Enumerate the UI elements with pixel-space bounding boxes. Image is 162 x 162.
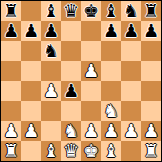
square-d2[interactable]: ♞: [61, 121, 81, 141]
square-a2[interactable]: ♟: [1, 121, 21, 141]
piece-white-rook: ♜: [3, 141, 19, 161]
piece-black-bishop: ♝: [43, 1, 59, 21]
square-f7[interactable]: ♟: [101, 21, 121, 41]
piece-black-pawn: ♟: [43, 21, 59, 41]
piece-white-pawn: ♟: [103, 121, 119, 141]
square-c1[interactable]: ♝: [41, 141, 61, 161]
square-b1[interactable]: [21, 141, 41, 161]
square-c6[interactable]: ♞: [41, 41, 61, 61]
square-d4[interactable]: ♟: [61, 81, 81, 101]
piece-black-rook: ♜: [143, 1, 159, 21]
piece-white-bishop: ♝: [103, 141, 119, 161]
piece-black-pawn: ♟: [103, 21, 119, 41]
square-b3[interactable]: [21, 101, 41, 121]
square-a5[interactable]: [1, 61, 21, 81]
square-e3[interactable]: [81, 101, 101, 121]
square-h5[interactable]: [141, 61, 161, 81]
square-e8[interactable]: ♚: [81, 1, 101, 21]
square-h2[interactable]: ♟: [141, 121, 161, 141]
square-d8[interactable]: ♛: [61, 1, 81, 21]
square-h1[interactable]: ♜: [141, 141, 161, 161]
square-b8[interactable]: [21, 1, 41, 21]
square-a4[interactable]: [1, 81, 21, 101]
piece-black-pawn: ♟: [23, 21, 39, 41]
piece-black-queen: ♛: [63, 1, 79, 21]
square-g1[interactable]: [121, 141, 141, 161]
piece-white-rook: ♜: [143, 141, 159, 161]
square-d6[interactable]: [61, 41, 81, 61]
square-c2[interactable]: [41, 121, 61, 141]
square-e5[interactable]: ♟: [81, 61, 101, 81]
square-a7[interactable]: ♟: [1, 21, 21, 41]
square-e2[interactable]: ♟: [81, 121, 101, 141]
square-h4[interactable]: [141, 81, 161, 101]
square-d5[interactable]: [61, 61, 81, 81]
square-d1[interactable]: ♛: [61, 141, 81, 161]
piece-black-pawn: ♟: [123, 21, 139, 41]
square-c8[interactable]: ♝: [41, 1, 61, 21]
square-g3[interactable]: [121, 101, 141, 121]
square-b6[interactable]: [21, 41, 41, 61]
piece-white-pawn: ♟: [43, 81, 59, 101]
piece-black-pawn: ♟: [3, 21, 19, 41]
square-h8[interactable]: ♜: [141, 1, 161, 21]
square-f8[interactable]: ♝: [101, 1, 121, 21]
piece-black-pawn: ♟: [63, 81, 79, 101]
square-d3[interactable]: [61, 101, 81, 121]
square-e7[interactable]: [81, 21, 101, 41]
square-c4[interactable]: ♟: [41, 81, 61, 101]
piece-white-pawn: ♟: [123, 121, 139, 141]
square-e4[interactable]: [81, 81, 101, 101]
square-c5[interactable]: [41, 61, 61, 81]
square-b4[interactable]: [21, 81, 41, 101]
square-b2[interactable]: ♟: [21, 121, 41, 141]
piece-black-bishop: ♝: [103, 1, 119, 21]
piece-white-knight: ♞: [63, 121, 79, 141]
square-f3[interactable]: ♞: [101, 101, 121, 121]
square-a1[interactable]: ♜: [1, 141, 21, 161]
square-h6[interactable]: [141, 41, 161, 61]
square-g8[interactable]: ♞: [121, 1, 141, 21]
square-h7[interactable]: ♟: [141, 21, 161, 41]
square-d7[interactable]: [61, 21, 81, 41]
square-f1[interactable]: ♝: [101, 141, 121, 161]
piece-white-pawn: ♟: [83, 121, 99, 141]
square-g2[interactable]: ♟: [121, 121, 141, 141]
square-g5[interactable]: [121, 61, 141, 81]
square-c7[interactable]: ♟: [41, 21, 61, 41]
square-a6[interactable]: [1, 41, 21, 61]
piece-white-knight: ♞: [103, 101, 119, 121]
chess-board-frame: ♜♝♛♚♝♞♜♟♟♟♟♟♟♞♟♟♟♞♟♟♞♟♟♟♟♜♝♛♚♝♜: [0, 0, 162, 162]
piece-black-knight: ♞: [123, 1, 139, 21]
square-h3[interactable]: [141, 101, 161, 121]
square-b5[interactable]: [21, 61, 41, 81]
square-g4[interactable]: [121, 81, 141, 101]
piece-black-rook: ♜: [3, 1, 19, 21]
square-f2[interactable]: ♟: [101, 121, 121, 141]
square-c3[interactable]: [41, 101, 61, 121]
piece-white-queen: ♛: [63, 141, 79, 161]
square-b7[interactable]: ♟: [21, 21, 41, 41]
piece-white-bishop: ♝: [43, 141, 59, 161]
chess-board: ♜♝♛♚♝♞♜♟♟♟♟♟♟♞♟♟♟♞♟♟♞♟♟♟♟♜♝♛♚♝♜: [1, 1, 161, 161]
piece-white-pawn: ♟: [23, 121, 39, 141]
square-f6[interactable]: [101, 41, 121, 61]
square-a8[interactable]: ♜: [1, 1, 21, 21]
piece-white-pawn: ♟: [143, 121, 159, 141]
piece-black-knight: ♞: [43, 41, 59, 61]
square-e1[interactable]: ♚: [81, 141, 101, 161]
square-f5[interactable]: [101, 61, 121, 81]
piece-white-pawn: ♟: [83, 61, 99, 81]
square-f4[interactable]: [101, 81, 121, 101]
piece-white-pawn: ♟: [3, 121, 19, 141]
square-g7[interactable]: ♟: [121, 21, 141, 41]
piece-black-king: ♚: [83, 1, 99, 21]
piece-black-pawn: ♟: [143, 21, 159, 41]
square-e6[interactable]: [81, 41, 101, 61]
square-g6[interactable]: [121, 41, 141, 61]
square-a3[interactable]: [1, 101, 21, 121]
piece-white-king: ♚: [83, 141, 99, 161]
